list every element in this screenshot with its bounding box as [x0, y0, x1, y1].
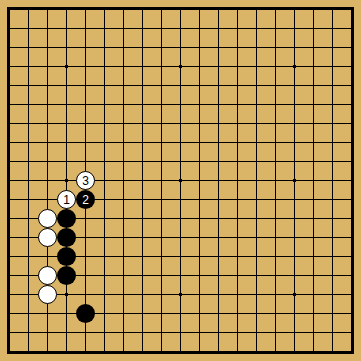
intersection[interactable]	[133, 228, 152, 247]
intersection[interactable]	[133, 171, 152, 190]
intersection[interactable]	[114, 190, 133, 209]
intersection[interactable]	[57, 342, 76, 361]
intersection[interactable]	[133, 152, 152, 171]
intersection[interactable]	[19, 38, 38, 57]
intersection[interactable]	[285, 342, 304, 361]
intersection[interactable]	[0, 342, 19, 361]
intersection[interactable]	[38, 266, 57, 285]
intersection[interactable]	[38, 19, 57, 38]
intersection[interactable]	[247, 57, 266, 76]
intersection[interactable]	[304, 323, 323, 342]
intersection[interactable]	[247, 304, 266, 323]
intersection[interactable]	[228, 247, 247, 266]
intersection[interactable]	[266, 133, 285, 152]
intersection[interactable]	[323, 57, 342, 76]
intersection[interactable]	[304, 76, 323, 95]
intersection[interactable]	[342, 228, 361, 247]
intersection[interactable]	[228, 76, 247, 95]
intersection[interactable]	[247, 285, 266, 304]
intersection[interactable]	[342, 190, 361, 209]
intersection[interactable]	[57, 38, 76, 57]
intersection[interactable]	[0, 0, 19, 19]
intersection[interactable]	[171, 152, 190, 171]
intersection[interactable]	[171, 57, 190, 76]
intersection[interactable]	[171, 323, 190, 342]
intersection[interactable]	[19, 323, 38, 342]
intersection[interactable]	[76, 266, 95, 285]
intersection[interactable]	[285, 152, 304, 171]
intersection[interactable]	[285, 190, 304, 209]
intersection[interactable]	[190, 342, 209, 361]
intersection[interactable]	[152, 133, 171, 152]
intersection[interactable]	[19, 114, 38, 133]
intersection[interactable]	[190, 209, 209, 228]
intersection[interactable]	[190, 304, 209, 323]
intersection[interactable]	[133, 57, 152, 76]
intersection[interactable]	[190, 171, 209, 190]
intersection[interactable]	[57, 266, 76, 285]
intersection[interactable]	[304, 247, 323, 266]
intersection[interactable]	[57, 19, 76, 38]
intersection[interactable]	[0, 285, 19, 304]
intersection[interactable]	[171, 114, 190, 133]
intersection[interactable]	[19, 76, 38, 95]
intersection[interactable]	[209, 266, 228, 285]
intersection[interactable]	[57, 95, 76, 114]
intersection[interactable]	[342, 342, 361, 361]
intersection[interactable]	[57, 323, 76, 342]
intersection[interactable]	[323, 0, 342, 19]
intersection[interactable]	[247, 38, 266, 57]
intersection[interactable]	[323, 209, 342, 228]
intersection[interactable]	[76, 38, 95, 57]
intersection[interactable]	[133, 38, 152, 57]
intersection[interactable]	[57, 247, 76, 266]
intersection[interactable]	[95, 19, 114, 38]
intersection[interactable]	[76, 95, 95, 114]
intersection[interactable]	[342, 247, 361, 266]
intersection[interactable]	[76, 285, 95, 304]
intersection[interactable]	[95, 57, 114, 76]
intersection[interactable]	[76, 209, 95, 228]
intersection[interactable]	[228, 285, 247, 304]
intersection[interactable]	[133, 114, 152, 133]
intersection[interactable]	[247, 342, 266, 361]
intersection[interactable]	[209, 323, 228, 342]
intersection[interactable]	[171, 342, 190, 361]
intersection[interactable]	[19, 266, 38, 285]
intersection[interactable]	[114, 114, 133, 133]
intersection[interactable]	[76, 76, 95, 95]
intersection[interactable]	[0, 247, 19, 266]
intersection[interactable]	[323, 95, 342, 114]
intersection[interactable]	[152, 0, 171, 19]
intersection[interactable]	[114, 323, 133, 342]
intersection[interactable]	[0, 228, 19, 247]
intersection[interactable]	[266, 19, 285, 38]
intersection[interactable]	[133, 209, 152, 228]
intersection[interactable]	[190, 228, 209, 247]
intersection[interactable]	[0, 38, 19, 57]
intersection[interactable]	[114, 342, 133, 361]
intersection[interactable]	[266, 266, 285, 285]
intersection[interactable]	[171, 0, 190, 19]
intersection[interactable]	[19, 285, 38, 304]
intersection[interactable]	[0, 114, 19, 133]
intersection[interactable]	[342, 304, 361, 323]
intersection[interactable]	[342, 57, 361, 76]
intersection[interactable]	[266, 209, 285, 228]
intersection[interactable]	[38, 304, 57, 323]
intersection[interactable]	[38, 152, 57, 171]
intersection[interactable]	[152, 304, 171, 323]
intersection[interactable]	[323, 76, 342, 95]
intersection[interactable]	[95, 0, 114, 19]
intersection[interactable]	[285, 266, 304, 285]
intersection[interactable]	[266, 38, 285, 57]
intersection[interactable]	[190, 76, 209, 95]
intersection[interactable]	[95, 152, 114, 171]
intersection[interactable]	[266, 171, 285, 190]
intersection[interactable]	[19, 95, 38, 114]
intersection[interactable]	[304, 209, 323, 228]
intersection[interactable]: 3	[76, 171, 95, 190]
intersection[interactable]	[323, 247, 342, 266]
intersection[interactable]	[152, 323, 171, 342]
intersection[interactable]	[38, 285, 57, 304]
intersection[interactable]	[323, 152, 342, 171]
intersection[interactable]	[95, 76, 114, 95]
intersection[interactable]	[285, 19, 304, 38]
intersection[interactable]	[247, 76, 266, 95]
intersection[interactable]	[57, 152, 76, 171]
intersection[interactable]	[247, 0, 266, 19]
intersection[interactable]	[114, 0, 133, 19]
intersection[interactable]	[342, 19, 361, 38]
intersection[interactable]	[209, 152, 228, 171]
intersection[interactable]	[190, 190, 209, 209]
intersection[interactable]	[247, 190, 266, 209]
intersection[interactable]	[323, 304, 342, 323]
intersection[interactable]	[190, 266, 209, 285]
intersection[interactable]	[57, 76, 76, 95]
intersection[interactable]	[133, 323, 152, 342]
intersection[interactable]	[304, 152, 323, 171]
intersection[interactable]	[285, 304, 304, 323]
intersection[interactable]	[133, 95, 152, 114]
intersection[interactable]	[152, 76, 171, 95]
intersection[interactable]	[209, 0, 228, 19]
intersection[interactable]	[152, 228, 171, 247]
intersection[interactable]	[57, 228, 76, 247]
intersection[interactable]	[228, 0, 247, 19]
intersection[interactable]	[19, 304, 38, 323]
intersection[interactable]	[228, 19, 247, 38]
intersection[interactable]	[266, 152, 285, 171]
intersection[interactable]	[266, 323, 285, 342]
intersection[interactable]	[304, 285, 323, 304]
intersection[interactable]	[285, 0, 304, 19]
intersection[interactable]	[19, 228, 38, 247]
intersection[interactable]	[228, 323, 247, 342]
intersection[interactable]	[133, 0, 152, 19]
intersection[interactable]	[323, 19, 342, 38]
intersection[interactable]	[209, 304, 228, 323]
intersection[interactable]	[76, 114, 95, 133]
intersection[interactable]	[285, 323, 304, 342]
intersection[interactable]	[38, 323, 57, 342]
intersection[interactable]	[323, 114, 342, 133]
intersection[interactable]	[114, 304, 133, 323]
intersection[interactable]	[171, 95, 190, 114]
intersection[interactable]	[323, 228, 342, 247]
intersection[interactable]	[190, 152, 209, 171]
intersection[interactable]	[0, 190, 19, 209]
intersection[interactable]	[228, 114, 247, 133]
intersection[interactable]	[114, 95, 133, 114]
intersection[interactable]	[38, 76, 57, 95]
intersection[interactable]	[304, 266, 323, 285]
intersection[interactable]	[76, 152, 95, 171]
intersection[interactable]	[133, 266, 152, 285]
intersection[interactable]	[323, 133, 342, 152]
intersection[interactable]	[76, 133, 95, 152]
intersection[interactable]	[266, 76, 285, 95]
intersection[interactable]	[114, 19, 133, 38]
intersection[interactable]	[76, 304, 95, 323]
intersection[interactable]	[247, 266, 266, 285]
intersection[interactable]	[171, 228, 190, 247]
intersection[interactable]	[304, 342, 323, 361]
intersection[interactable]	[76, 247, 95, 266]
intersection[interactable]	[76, 323, 95, 342]
intersection[interactable]	[228, 133, 247, 152]
intersection[interactable]	[133, 19, 152, 38]
intersection[interactable]	[171, 190, 190, 209]
intersection[interactable]	[0, 95, 19, 114]
intersection[interactable]	[190, 285, 209, 304]
intersection[interactable]	[95, 38, 114, 57]
intersection[interactable]	[95, 190, 114, 209]
intersection[interactable]	[0, 209, 19, 228]
intersection[interactable]	[209, 247, 228, 266]
intersection[interactable]	[266, 247, 285, 266]
intersection[interactable]	[266, 228, 285, 247]
intersection[interactable]	[19, 342, 38, 361]
intersection[interactable]: 1	[57, 190, 76, 209]
intersection[interactable]	[133, 304, 152, 323]
intersection[interactable]	[323, 171, 342, 190]
intersection[interactable]	[228, 209, 247, 228]
intersection[interactable]	[228, 38, 247, 57]
intersection[interactable]	[304, 0, 323, 19]
intersection[interactable]	[342, 152, 361, 171]
intersection[interactable]	[95, 95, 114, 114]
intersection[interactable]	[247, 19, 266, 38]
intersection[interactable]	[152, 38, 171, 57]
intersection[interactable]	[247, 152, 266, 171]
intersection[interactable]	[285, 76, 304, 95]
intersection[interactable]	[171, 133, 190, 152]
intersection[interactable]	[76, 0, 95, 19]
intersection[interactable]	[209, 171, 228, 190]
intersection[interactable]	[95, 285, 114, 304]
intersection[interactable]	[342, 114, 361, 133]
intersection[interactable]	[323, 38, 342, 57]
intersection[interactable]	[190, 0, 209, 19]
intersection[interactable]	[323, 285, 342, 304]
intersection[interactable]	[152, 342, 171, 361]
intersection[interactable]	[304, 95, 323, 114]
intersection[interactable]	[0, 76, 19, 95]
intersection[interactable]	[38, 247, 57, 266]
intersection[interactable]	[95, 247, 114, 266]
intersection[interactable]	[0, 57, 19, 76]
intersection[interactable]	[285, 57, 304, 76]
intersection[interactable]	[38, 171, 57, 190]
intersection[interactable]	[342, 76, 361, 95]
intersection[interactable]	[228, 342, 247, 361]
intersection[interactable]	[57, 171, 76, 190]
intersection[interactable]	[228, 171, 247, 190]
intersection[interactable]	[228, 152, 247, 171]
intersection[interactable]	[57, 285, 76, 304]
intersection[interactable]	[114, 76, 133, 95]
intersection[interactable]	[114, 171, 133, 190]
intersection[interactable]	[285, 114, 304, 133]
intersection[interactable]	[304, 133, 323, 152]
intersection[interactable]	[285, 228, 304, 247]
intersection[interactable]	[228, 57, 247, 76]
intersection[interactable]	[0, 171, 19, 190]
intersection[interactable]	[342, 171, 361, 190]
intersection[interactable]	[285, 133, 304, 152]
intersection[interactable]	[0, 152, 19, 171]
intersection[interactable]	[266, 0, 285, 19]
intersection[interactable]	[38, 95, 57, 114]
intersection[interactable]	[95, 133, 114, 152]
intersection[interactable]	[133, 285, 152, 304]
intersection[interactable]	[19, 247, 38, 266]
intersection[interactable]	[38, 114, 57, 133]
intersection[interactable]	[247, 247, 266, 266]
intersection[interactable]	[76, 342, 95, 361]
intersection[interactable]	[209, 285, 228, 304]
intersection[interactable]	[342, 285, 361, 304]
intersection[interactable]	[209, 133, 228, 152]
intersection[interactable]	[342, 38, 361, 57]
intersection[interactable]	[95, 114, 114, 133]
intersection[interactable]	[38, 133, 57, 152]
intersection[interactable]	[342, 95, 361, 114]
intersection[interactable]	[228, 95, 247, 114]
intersection[interactable]	[190, 133, 209, 152]
intersection[interactable]	[304, 228, 323, 247]
intersection[interactable]	[114, 228, 133, 247]
intersection[interactable]	[190, 114, 209, 133]
intersection[interactable]	[304, 57, 323, 76]
intersection[interactable]	[57, 133, 76, 152]
intersection[interactable]	[133, 76, 152, 95]
intersection[interactable]	[171, 171, 190, 190]
intersection[interactable]	[0, 323, 19, 342]
intersection[interactable]	[133, 190, 152, 209]
intersection[interactable]	[57, 209, 76, 228]
intersection[interactable]	[247, 133, 266, 152]
intersection[interactable]	[209, 57, 228, 76]
intersection[interactable]	[323, 190, 342, 209]
intersection[interactable]	[57, 0, 76, 19]
intersection[interactable]	[171, 38, 190, 57]
intersection[interactable]	[152, 114, 171, 133]
intersection[interactable]	[95, 228, 114, 247]
intersection[interactable]	[171, 304, 190, 323]
intersection[interactable]	[342, 209, 361, 228]
intersection[interactable]	[95, 342, 114, 361]
intersection[interactable]	[76, 19, 95, 38]
intersection[interactable]	[133, 247, 152, 266]
intersection[interactable]	[171, 209, 190, 228]
intersection[interactable]	[342, 0, 361, 19]
intersection[interactable]	[171, 266, 190, 285]
intersection[interactable]	[133, 133, 152, 152]
intersection[interactable]	[19, 0, 38, 19]
intersection[interactable]	[19, 57, 38, 76]
intersection[interactable]	[114, 209, 133, 228]
intersection[interactable]	[76, 57, 95, 76]
intersection[interactable]	[209, 190, 228, 209]
intersection[interactable]	[38, 57, 57, 76]
intersection[interactable]	[304, 114, 323, 133]
intersection[interactable]	[285, 95, 304, 114]
intersection[interactable]	[38, 38, 57, 57]
intersection[interactable]	[266, 114, 285, 133]
intersection[interactable]	[228, 190, 247, 209]
intersection[interactable]	[247, 323, 266, 342]
intersection[interactable]	[76, 228, 95, 247]
intersection[interactable]	[342, 133, 361, 152]
intersection[interactable]	[19, 171, 38, 190]
intersection[interactable]	[152, 95, 171, 114]
intersection[interactable]: 2	[76, 190, 95, 209]
intersection[interactable]	[266, 95, 285, 114]
intersection[interactable]	[304, 19, 323, 38]
intersection[interactable]	[285, 285, 304, 304]
intersection[interactable]	[247, 209, 266, 228]
intersection[interactable]	[342, 323, 361, 342]
intersection[interactable]	[228, 266, 247, 285]
intersection[interactable]	[19, 152, 38, 171]
intersection[interactable]	[152, 171, 171, 190]
intersection[interactable]	[323, 323, 342, 342]
intersection[interactable]	[171, 19, 190, 38]
intersection[interactable]	[285, 38, 304, 57]
intersection[interactable]	[228, 304, 247, 323]
intersection[interactable]	[171, 285, 190, 304]
intersection[interactable]	[190, 247, 209, 266]
intersection[interactable]	[19, 19, 38, 38]
intersection[interactable]	[57, 114, 76, 133]
intersection[interactable]	[114, 57, 133, 76]
intersection[interactable]	[209, 114, 228, 133]
intersection[interactable]	[285, 247, 304, 266]
intersection[interactable]	[266, 57, 285, 76]
intersection[interactable]	[152, 190, 171, 209]
intersection[interactable]	[95, 171, 114, 190]
intersection[interactable]	[247, 114, 266, 133]
intersection[interactable]	[304, 171, 323, 190]
intersection[interactable]	[152, 19, 171, 38]
